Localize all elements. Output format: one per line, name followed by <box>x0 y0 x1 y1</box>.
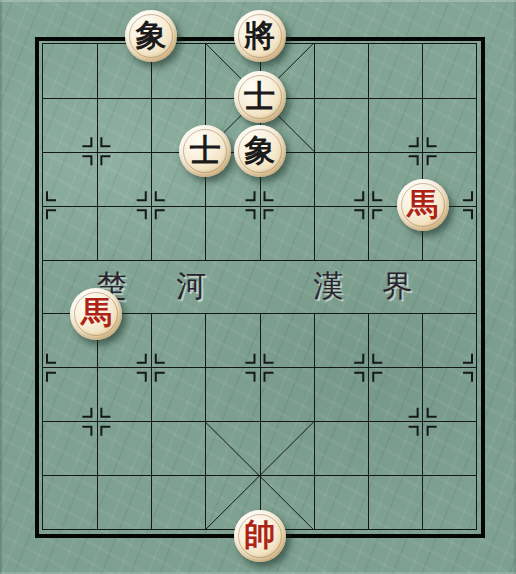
piece-glyph: 士 <box>244 81 275 112</box>
piece-black-elephant[interactable]: 象 <box>125 10 177 62</box>
cannon-point-marker <box>82 137 110 165</box>
piece-black-general[interactable]: 將 <box>234 10 286 62</box>
soldier-point-marker <box>246 354 274 382</box>
river-character-2: 漢 <box>314 266 344 307</box>
soldier-point-marker <box>463 191 472 219</box>
piece-red-horse[interactable]: 馬 <box>70 288 122 340</box>
piece-red-general[interactable]: 帥 <box>234 510 286 562</box>
piece-black-elephant[interactable]: 象 <box>234 125 286 177</box>
soldier-point-marker <box>463 354 472 382</box>
piece-glyph: 將 <box>244 20 275 51</box>
soldier-point-marker <box>47 354 56 382</box>
soldier-point-marker <box>137 354 165 382</box>
board-background: 楚河漢界 象將士士象馬馬帥 <box>0 0 516 574</box>
soldier-point-marker <box>47 191 56 219</box>
piece-glyph: 象 <box>135 20 166 51</box>
soldier-point-marker <box>354 191 382 219</box>
piece-glyph: 帥 <box>244 519 275 550</box>
cannon-point-marker <box>82 408 110 436</box>
piece-glyph: 象 <box>244 135 275 166</box>
piece-glyph: 馬 <box>81 297 112 328</box>
soldier-point-marker <box>354 354 382 382</box>
piece-black-advisor[interactable]: 士 <box>234 71 286 123</box>
soldier-point-marker <box>246 191 274 219</box>
piece-glyph: 士 <box>190 135 221 166</box>
piece-glyph: 馬 <box>407 189 438 220</box>
piece-red-horse[interactable]: 馬 <box>397 179 449 231</box>
cannon-point-marker <box>409 137 437 165</box>
soldier-point-marker <box>137 191 165 219</box>
river-character-3: 界 <box>383 266 413 307</box>
cannon-point-marker <box>409 408 437 436</box>
river-character-1: 河 <box>176 266 206 307</box>
piece-black-advisor[interactable]: 士 <box>179 125 231 177</box>
